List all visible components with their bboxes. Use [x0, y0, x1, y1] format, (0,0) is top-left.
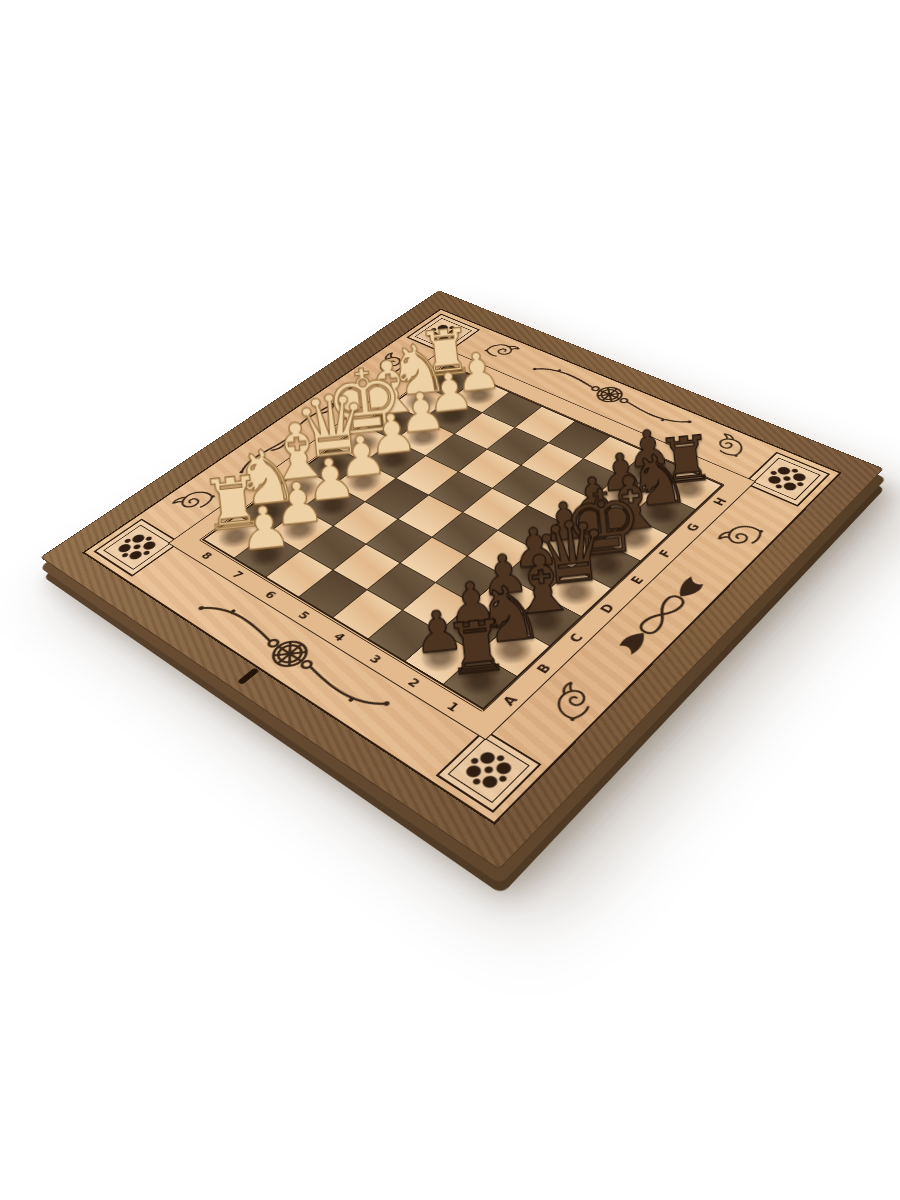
rank-label-7: 7 [229, 569, 247, 581]
piece-white-pawn-a7[interactable]: ♟ [224, 498, 304, 559]
file-label-a: A [500, 693, 521, 708]
rank-label-1: 1 [444, 699, 463, 714]
rank-label-8: 8 [198, 550, 215, 562]
dragon-icon [711, 515, 770, 555]
file-label-d: D [597, 602, 617, 616]
file-label-f: F [656, 548, 675, 559]
rank-label-2: 2 [404, 675, 423, 690]
hinge-notch [237, 668, 260, 685]
file-label-g: G [683, 522, 702, 534]
piece-black-rook-a1[interactable]: ♜ [431, 611, 521, 685]
file-label-c: C [566, 632, 586, 645]
file-label-h: H [711, 496, 730, 508]
rank-label-5: 5 [295, 609, 313, 622]
photo-background: 12345678 ABCDEFGH ♜♞♝♛♚♝♞♜♟♟♟♟♟♟♟♟♟♟♟♟♟♟… [0, 0, 900, 1200]
rank-label-3: 3 [366, 652, 385, 666]
file-label-e: E [628, 574, 647, 586]
file-label-b: B [534, 662, 554, 676]
dragon-icon [538, 677, 605, 728]
rank-label-4: 4 [330, 630, 348, 644]
rank-label-6: 6 [262, 588, 280, 601]
chess-backgammon-board: 12345678 ABCDEFGH ♜♞♝♛♚♝♞♜♟♟♟♟♟♟♟♟♟♟♟♟♟♟… [40, 290, 884, 870]
